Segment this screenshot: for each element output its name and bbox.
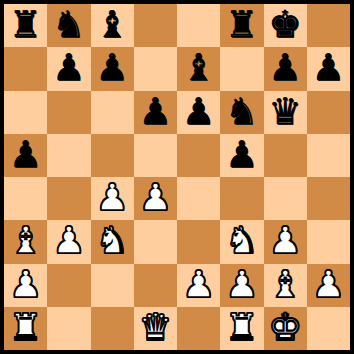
square-g3[interactable]: ♟: [264, 220, 307, 263]
square-c7[interactable]: ♟: [91, 47, 134, 90]
square-a2[interactable]: ♟: [4, 264, 47, 307]
square-d5[interactable]: [134, 134, 177, 177]
white-pawn-b3[interactable]: ♟: [52, 222, 85, 259]
white-pawn-h2[interactable]: ♟: [312, 266, 345, 303]
square-e3[interactable]: [177, 220, 220, 263]
white-pawn-c4[interactable]: ♟: [96, 179, 129, 216]
black-knight-f6[interactable]: ♞: [225, 93, 258, 130]
white-pawn-e2[interactable]: ♟: [182, 266, 215, 303]
square-g2[interactable]: ♝: [264, 264, 307, 307]
black-queen-g6[interactable]: ♛: [269, 93, 302, 130]
square-g8[interactable]: ♚: [264, 4, 307, 47]
square-e6[interactable]: ♟: [177, 91, 220, 134]
square-b8[interactable]: ♞: [47, 4, 90, 47]
square-a8[interactable]: ♜: [4, 4, 47, 47]
white-rook-f1[interactable]: ♜: [225, 309, 258, 346]
square-f8[interactable]: ♜: [220, 4, 263, 47]
square-f1[interactable]: ♜: [220, 307, 263, 350]
square-c8[interactable]: ♝: [91, 4, 134, 47]
square-e5[interactable]: [177, 134, 220, 177]
square-c1[interactable]: [91, 307, 134, 350]
square-e7[interactable]: ♝: [177, 47, 220, 90]
white-king-g1[interactable]: ♚: [269, 309, 302, 346]
black-pawn-g7[interactable]: ♟: [269, 49, 302, 86]
square-d6[interactable]: ♟: [134, 91, 177, 134]
square-b5[interactable]: [47, 134, 90, 177]
square-h3[interactable]: [307, 220, 350, 263]
black-pawn-d6[interactable]: ♟: [139, 93, 172, 130]
white-queen-d1[interactable]: ♛: [139, 309, 172, 346]
square-c2[interactable]: [91, 264, 134, 307]
square-g4[interactable]: [264, 177, 307, 220]
white-rook-a1[interactable]: ♜: [9, 309, 42, 346]
square-b3[interactable]: ♟: [47, 220, 90, 263]
square-d3[interactable]: [134, 220, 177, 263]
square-h2[interactable]: ♟: [307, 264, 350, 307]
square-f3[interactable]: ♞: [220, 220, 263, 263]
square-h7[interactable]: ♟: [307, 47, 350, 90]
square-f4[interactable]: [220, 177, 263, 220]
black-bishop-e7[interactable]: ♝: [182, 49, 215, 86]
black-pawn-a5[interactable]: ♟: [9, 136, 42, 173]
black-knight-b8[interactable]: ♞: [52, 6, 85, 43]
black-bishop-c8[interactable]: ♝: [96, 6, 129, 43]
square-g6[interactable]: ♛: [264, 91, 307, 134]
square-b7[interactable]: ♟: [47, 47, 90, 90]
square-a4[interactable]: [4, 177, 47, 220]
white-pawn-f2[interactable]: ♟: [225, 266, 258, 303]
square-a1[interactable]: ♜: [4, 307, 47, 350]
square-g1[interactable]: ♚: [264, 307, 307, 350]
square-f2[interactable]: ♟: [220, 264, 263, 307]
square-a3[interactable]: ♝: [4, 220, 47, 263]
square-d2[interactable]: [134, 264, 177, 307]
square-e1[interactable]: [177, 307, 220, 350]
square-b2[interactable]: [47, 264, 90, 307]
square-c6[interactable]: [91, 91, 134, 134]
square-e8[interactable]: [177, 4, 220, 47]
square-d1[interactable]: ♛: [134, 307, 177, 350]
white-pawn-g3[interactable]: ♟: [269, 222, 302, 259]
white-pawn-d4[interactable]: ♟: [139, 179, 172, 216]
square-d8[interactable]: [134, 4, 177, 47]
square-f6[interactable]: ♞: [220, 91, 263, 134]
square-d7[interactable]: [134, 47, 177, 90]
square-c5[interactable]: [91, 134, 134, 177]
square-c4[interactable]: ♟: [91, 177, 134, 220]
square-a6[interactable]: [4, 91, 47, 134]
black-pawn-e6[interactable]: ♟: [182, 93, 215, 130]
black-rook-f8[interactable]: ♜: [225, 6, 258, 43]
square-a7[interactable]: [4, 47, 47, 90]
white-knight-f3[interactable]: ♞: [225, 222, 258, 259]
black-pawn-c7[interactable]: ♟: [96, 49, 129, 86]
black-pawn-h7[interactable]: ♟: [312, 49, 345, 86]
white-bishop-g2[interactable]: ♝: [269, 266, 302, 303]
square-a5[interactable]: ♟: [4, 134, 47, 177]
square-g5[interactable]: [264, 134, 307, 177]
black-pawn-f5[interactable]: ♟: [225, 136, 258, 173]
white-pawn-a2[interactable]: ♟: [9, 266, 42, 303]
white-bishop-a3[interactable]: ♝: [9, 222, 42, 259]
square-h1[interactable]: [307, 307, 350, 350]
square-b1[interactable]: [47, 307, 90, 350]
square-h8[interactable]: [307, 4, 350, 47]
square-b6[interactable]: [47, 91, 90, 134]
white-knight-c3[interactable]: ♞: [96, 222, 129, 259]
square-d4[interactable]: ♟: [134, 177, 177, 220]
square-f5[interactable]: ♟: [220, 134, 263, 177]
square-f7[interactable]: [220, 47, 263, 90]
square-h4[interactable]: [307, 177, 350, 220]
square-g7[interactable]: ♟: [264, 47, 307, 90]
square-c3[interactable]: ♞: [91, 220, 134, 263]
square-e2[interactable]: ♟: [177, 264, 220, 307]
chess-board: ♜♞♝♜♚♟♟♝♟♟♟♟♞♛♟♟♟♟♝♟♞♞♟♟♟♟♝♟♜♛♜♚: [4, 4, 350, 350]
square-e4[interactable]: [177, 177, 220, 220]
black-king-g8[interactable]: ♚: [269, 6, 302, 43]
square-h6[interactable]: [307, 91, 350, 134]
board-frame: ♜♞♝♜♚♟♟♝♟♟♟♟♞♛♟♟♟♟♝♟♞♞♟♟♟♟♝♟♜♛♜♚: [0, 0, 354, 354]
square-h5[interactable]: [307, 134, 350, 177]
black-rook-a8[interactable]: ♜: [9, 6, 42, 43]
square-b4[interactable]: [47, 177, 90, 220]
black-pawn-b7[interactable]: ♟: [52, 49, 85, 86]
